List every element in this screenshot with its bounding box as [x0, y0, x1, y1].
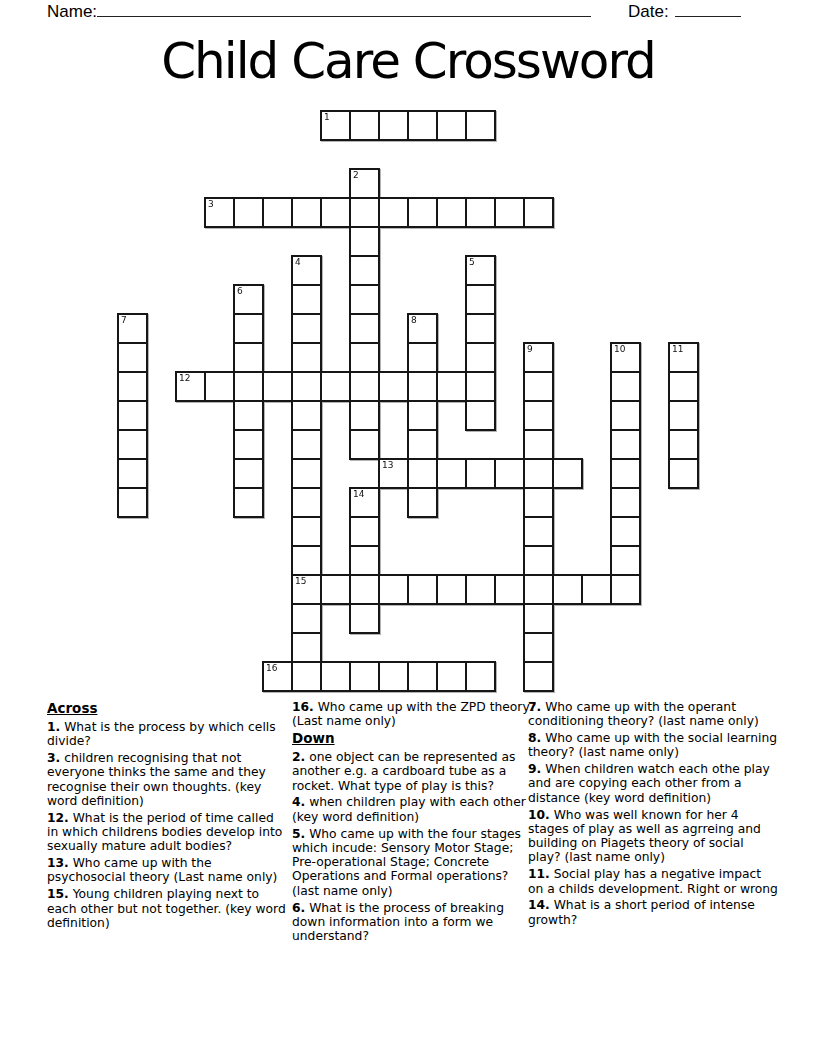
across-header: Across [47, 701, 287, 716]
grid-cell-r12c15[interactable] [552, 458, 583, 489]
cell-number: 10 [614, 344, 625, 354]
grid-cell-r15c17[interactable] [610, 545, 641, 576]
cell-number: 3 [208, 199, 214, 209]
clue-1: 1. What is the process by which cells di… [47, 720, 287, 749]
grid-cell-r14c14[interactable] [523, 516, 554, 547]
grid-cell-r9c4[interactable] [233, 371, 264, 402]
clue-number: 2. [292, 750, 305, 764]
grid-cell-r16c6[interactable]: 15 [291, 574, 322, 605]
grid-cell-r8c8[interactable] [349, 342, 380, 373]
grid-cell-r9c11[interactable] [436, 371, 467, 402]
grid-cell-r3c4[interactable] [233, 197, 264, 228]
grid-cell-r9c19[interactable] [668, 371, 699, 402]
clue-2: 2. one object can be represented as anot… [292, 750, 538, 793]
grid-cell-r11c4[interactable] [233, 429, 264, 460]
grid-cell-r7c0[interactable]: 7 [117, 313, 148, 344]
clue-6: 6. What is the process of breaking down … [292, 901, 538, 944]
grid-cell-r3c10[interactable] [407, 197, 438, 228]
grid-cell-r9c2[interactable]: 12 [175, 371, 206, 402]
grid-cell-r10c0[interactable] [117, 400, 148, 431]
grid-cell-r15c6[interactable] [291, 545, 322, 576]
grid-cell-r11c6[interactable] [291, 429, 322, 460]
grid-cell-r16c12[interactable] [465, 574, 496, 605]
grid-cell-r6c8[interactable] [349, 284, 380, 315]
grid-cell-r7c8[interactable] [349, 313, 380, 344]
clue-8: 8. Who came up with the social learning … [528, 731, 780, 760]
grid-cell-r9c12[interactable] [465, 371, 496, 402]
grid-cell-r12c6[interactable] [291, 458, 322, 489]
page-title: Child Care Crossword [0, 36, 816, 86]
grid-cell-r8c10[interactable] [407, 342, 438, 373]
grid-cell-r10c17[interactable] [610, 400, 641, 431]
clue-16: 16. Who came up with the ZPD theory? (La… [292, 700, 538, 729]
grid-cell-r10c14[interactable] [523, 400, 554, 431]
grid-cell-r10c6[interactable] [291, 400, 322, 431]
grid-cell-r14c8[interactable] [349, 516, 380, 547]
grid-cell-r11c10[interactable] [407, 429, 438, 460]
grid-cell-r7c10[interactable]: 8 [407, 313, 438, 344]
grid-cell-r10c19[interactable] [668, 400, 699, 431]
grid-cell-r0c11[interactable] [436, 110, 467, 141]
grid-cell-r19c14[interactable] [523, 661, 554, 692]
clue-number: 11. [528, 867, 550, 881]
grid-cell-r8c6[interactable] [291, 342, 322, 373]
grid-cell-r18c6[interactable] [291, 632, 322, 663]
clue-9: 9. When children watch each othe play an… [528, 762, 780, 805]
grid-cell-r9c3[interactable] [204, 371, 235, 402]
name-label: Name: [47, 2, 97, 22]
grid-cell-r12c11[interactable] [436, 458, 467, 489]
grid-cell-r13c8[interactable]: 14 [349, 487, 380, 518]
grid-cell-r10c10[interactable] [407, 400, 438, 431]
grid-cell-r16c8[interactable] [349, 574, 380, 605]
clue-number: 10. [528, 808, 550, 822]
clue-number: 9. [528, 762, 541, 776]
grid-cell-r10c8[interactable] [349, 400, 380, 431]
grid-cell-r3c7[interactable] [320, 197, 351, 228]
cell-number: 5 [469, 257, 475, 267]
grid-cell-r3c8[interactable] [349, 197, 380, 228]
grid-cell-r16c15[interactable] [552, 574, 583, 605]
grid-cell-r2c8[interactable]: 2 [349, 168, 380, 199]
grid-cell-r19c9[interactable] [378, 661, 409, 692]
grid-cell-r4c8[interactable] [349, 226, 380, 257]
grid-cell-r3c11[interactable] [436, 197, 467, 228]
clue-number: 6. [292, 901, 305, 915]
clue-14: 14. What is a short period of intense gr… [528, 898, 780, 927]
clue-3: 3. children recognising that not everyon… [47, 751, 287, 808]
cell-number: 11 [672, 344, 683, 354]
grid-cell-r15c14[interactable] [523, 545, 554, 576]
grid-cell-r7c6[interactable] [291, 313, 322, 344]
clue-number: 1. [47, 720, 60, 734]
clue-number: 3. [47, 751, 60, 765]
down-header: Down [292, 731, 538, 746]
cell-number: 14 [353, 489, 364, 499]
grid-cell-r19c10[interactable] [407, 661, 438, 692]
grid-cell-r7c12[interactable] [465, 313, 496, 344]
grid-cell-r3c9[interactable] [378, 197, 409, 228]
grid-cell-r19c5[interactable]: 16 [262, 661, 293, 692]
grid-cell-r8c17[interactable]: 10 [610, 342, 641, 373]
cell-number: 2 [353, 170, 359, 180]
grid-cell-r0c10[interactable] [407, 110, 438, 141]
grid-cell-r17c14[interactable] [523, 603, 554, 634]
grid-cell-r17c8[interactable] [349, 603, 380, 634]
clue-11: 11. Social play has a negative impact on… [528, 867, 780, 896]
clue-number: 12. [47, 811, 69, 825]
grid-cell-r8c14[interactable]: 9 [523, 342, 554, 373]
grid-cell-r18c14[interactable] [523, 632, 554, 663]
clue-number: 16. [292, 700, 314, 714]
grid-cell-r16c17[interactable] [610, 574, 641, 605]
grid-cell-r0c9[interactable] [378, 110, 409, 141]
grid-cell-r5c6[interactable]: 4 [291, 255, 322, 286]
clue-10: 10. Who was well known for her 4 stages … [528, 808, 780, 865]
grid-cell-r13c6[interactable] [291, 487, 322, 518]
grid-cell-r3c6[interactable] [291, 197, 322, 228]
grid-cell-r9c17[interactable] [610, 371, 641, 402]
grid-cell-r16c14[interactable] [523, 574, 554, 605]
grid-cell-r12c19[interactable] [668, 458, 699, 489]
clue-number: 13. [47, 856, 69, 870]
grid-cell-r0c7[interactable]: 1 [320, 110, 351, 141]
clue-number: 8. [528, 731, 541, 745]
cell-number: 13 [382, 460, 393, 470]
grid-cell-r19c6[interactable] [291, 661, 322, 692]
grid-cell-r13c0[interactable] [117, 487, 148, 518]
grid-cell-r11c8[interactable] [349, 429, 380, 460]
grid-cell-r13c10[interactable] [407, 487, 438, 518]
grid-cell-r5c12[interactable]: 5 [465, 255, 496, 286]
grid-cell-r12c0[interactable] [117, 458, 148, 489]
grid-cell-r9c14[interactable] [523, 371, 554, 402]
clue-number: 5. [292, 827, 305, 841]
grid-cell-r16c9[interactable] [378, 574, 409, 605]
grid-cell-r11c14[interactable] [523, 429, 554, 460]
grid-cell-r16c13[interactable] [494, 574, 525, 605]
grid-cell-r8c4[interactable] [233, 342, 264, 373]
grid-cell-r5c8[interactable] [349, 255, 380, 286]
grid-cell-r19c7[interactable] [320, 661, 351, 692]
date-blank-line[interactable] [675, 0, 741, 17]
grid-cell-r12c10[interactable] [407, 458, 438, 489]
cell-number: 15 [295, 576, 306, 586]
clue-15: 15. Young children playing next to each … [47, 887, 287, 930]
grid-cell-r19c12[interactable] [465, 661, 496, 692]
grid-cell-r14c6[interactable] [291, 516, 322, 547]
grid-cell-r3c5[interactable] [262, 197, 293, 228]
grid-cell-r8c12[interactable] [465, 342, 496, 373]
clue-number: 15. [47, 887, 69, 901]
clue-number: 7. [528, 700, 541, 714]
clue-column-3: 7. Who came up with the operant conditio… [528, 700, 780, 929]
grid-cell-r19c11[interactable] [436, 661, 467, 692]
grid-cell-r10c12[interactable] [465, 400, 496, 431]
clue-column-1: Across1. What is the process by which ce… [47, 700, 287, 933]
clue-column-2: 16. Who came up with the ZPD theory? (La… [292, 700, 538, 946]
grid-cell-r9c5[interactable] [262, 371, 293, 402]
grid-cell-r13c4[interactable] [233, 487, 264, 518]
grid-cell-r3c13[interactable] [494, 197, 525, 228]
grid-cell-r9c7[interactable] [320, 371, 351, 402]
clue-number: 4. [292, 795, 305, 809]
grid-cell-r9c9[interactable] [378, 371, 409, 402]
cell-number: 8 [411, 315, 417, 325]
cell-number: 9 [527, 344, 533, 354]
clue-number: 14. [528, 898, 550, 912]
grid-cell-r9c6[interactable] [291, 371, 322, 402]
name-blank-line[interactable] [97, 0, 591, 17]
grid-cell-r16c10[interactable] [407, 574, 438, 605]
cell-number: 16 [266, 663, 277, 673]
grid-cell-r15c8[interactable] [349, 545, 380, 576]
grid-cell-r3c12[interactable] [465, 197, 496, 228]
grid-cell-r3c3[interactable]: 3 [204, 197, 235, 228]
grid-cell-r12c9[interactable]: 13 [378, 458, 409, 489]
grid-cell-r12c13[interactable] [494, 458, 525, 489]
cell-number: 6 [237, 286, 243, 296]
cell-number: 7 [121, 315, 127, 325]
cell-number: 12 [179, 373, 190, 383]
grid-cell-r10c4[interactable] [233, 400, 264, 431]
grid-cell-r6c4[interactable]: 6 [233, 284, 264, 315]
grid-cell-r13c17[interactable] [610, 487, 641, 518]
grid-cell-r9c0[interactable] [117, 371, 148, 402]
grid-cell-r11c0[interactable] [117, 429, 148, 460]
grid-cell-r11c19[interactable] [668, 429, 699, 460]
grid-cell-r12c12[interactable] [465, 458, 496, 489]
grid-cell-r16c16[interactable] [581, 574, 612, 605]
cell-number: 4 [295, 257, 301, 267]
grid-cell-r12c4[interactable] [233, 458, 264, 489]
grid-cell-r8c19[interactable]: 11 [668, 342, 699, 373]
grid-cell-r0c8[interactable] [349, 110, 380, 141]
grid-cell-r19c8[interactable] [349, 661, 380, 692]
grid-cell-r7c4[interactable] [233, 313, 264, 344]
grid-cell-r16c11[interactable] [436, 574, 467, 605]
clue-7: 7. Who came up with the operant conditio… [528, 700, 780, 729]
worksheet-page: Name: Date: Child Care Crossword 1234567… [0, 0, 816, 1056]
clue-13: 13. Who came up with the psychosocial th… [47, 856, 287, 885]
grid-cell-r11c17[interactable] [610, 429, 641, 460]
clue-5: 5. Who came up with the four stages whic… [292, 827, 538, 898]
grid-cell-r0c12[interactable] [465, 110, 496, 141]
date-label: Date: [628, 2, 669, 22]
grid-cell-r12c14[interactable] [523, 458, 554, 489]
grid-cell-r16c7[interactable] [320, 574, 351, 605]
grid-cell-r17c6[interactable] [291, 603, 322, 634]
clue-4: 4. when children play with each other (k… [292, 795, 538, 824]
grid-cell-r13c14[interactable] [523, 487, 554, 518]
crossword-grid: 12345678910111213141516 [117, 110, 699, 692]
grid-cell-r9c10[interactable] [407, 371, 438, 402]
grid-cell-r14c17[interactable] [610, 516, 641, 547]
grid-cell-r9c8[interactable] [349, 371, 380, 402]
grid-cell-r12c17[interactable] [610, 458, 641, 489]
grid-cell-r3c14[interactable] [523, 197, 554, 228]
grid-cell-r6c12[interactable] [465, 284, 496, 315]
grid-cell-r6c6[interactable] [291, 284, 322, 315]
cell-number: 1 [324, 112, 330, 122]
grid-cell-r8c0[interactable] [117, 342, 148, 373]
clue-12: 12. What is the period of time called in… [47, 811, 287, 854]
